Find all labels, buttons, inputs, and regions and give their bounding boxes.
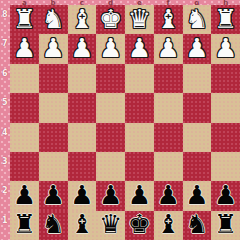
square-c2[interactable]: ♟ (68, 181, 97, 210)
square-f1[interactable]: ♝ (154, 211, 183, 240)
square-f7[interactable]: ♟ (154, 34, 183, 63)
square-b4[interactable] (39, 123, 68, 152)
square-b6[interactable] (39, 64, 68, 93)
piece-black-pawn[interactable]: ♟ (185, 182, 208, 208)
square-h5[interactable] (211, 93, 240, 122)
square-d8[interactable]: ♚ (96, 5, 125, 34)
square-c3[interactable] (68, 152, 97, 181)
chess-board: ♜♞♝♚♛♝♞♜♟♟♟♟♟♟♟♟♟♟♟♟♟♟♟♟♜♞♝♛♚♝♞♜ (10, 5, 240, 240)
square-b8[interactable]: ♞ (39, 5, 68, 34)
piece-white-bishop[interactable]: ♝ (156, 6, 179, 32)
square-g8[interactable]: ♞ (183, 5, 212, 34)
square-e5[interactable] (125, 93, 154, 122)
file-label-d: d (108, 0, 113, 5)
piece-black-knight[interactable]: ♞ (185, 211, 208, 237)
file-label-g: g (194, 0, 199, 5)
piece-black-pawn[interactable]: ♟ (128, 182, 151, 208)
square-a3[interactable] (10, 152, 39, 181)
square-h6[interactable] (211, 64, 240, 93)
square-e7[interactable]: ♟ (125, 34, 154, 63)
square-d5[interactable] (96, 93, 125, 122)
square-g4[interactable] (183, 123, 212, 152)
piece-white-bishop[interactable]: ♝ (70, 6, 93, 32)
rank-label-2: 2 (2, 187, 10, 195)
square-e2[interactable]: ♟ (125, 181, 154, 210)
piece-black-pawn[interactable]: ♟ (99, 182, 122, 208)
rank-label-5: 5 (2, 99, 10, 107)
chess-app-window: { "game": "chess", "app": { "description… (0, 0, 240, 240)
square-b2[interactable]: ♟ (39, 181, 68, 210)
rank-label-8: 8 (2, 11, 10, 19)
rank-label-4: 4 (2, 129, 10, 137)
square-b5[interactable] (39, 93, 68, 122)
piece-white-pawn[interactable]: ♟ (70, 35, 93, 61)
square-g7[interactable]: ♟ (183, 34, 212, 63)
square-d2[interactable]: ♟ (96, 181, 125, 210)
piece-black-queen[interactable]: ♛ (99, 211, 122, 237)
piece-white-queen[interactable]: ♛ (128, 6, 151, 32)
piece-white-pawn[interactable]: ♟ (13, 35, 36, 61)
piece-white-king[interactable]: ♚ (99, 6, 122, 32)
piece-white-pawn[interactable]: ♟ (128, 35, 151, 61)
piece-black-bishop[interactable]: ♝ (70, 211, 93, 237)
square-c6[interactable] (68, 64, 97, 93)
square-h4[interactable] (211, 123, 240, 152)
piece-white-rook[interactable]: ♜ (13, 6, 36, 32)
piece-black-pawn[interactable]: ♟ (214, 182, 237, 208)
square-b7[interactable]: ♟ (39, 34, 68, 63)
file-label-a: a (22, 0, 27, 5)
square-h1[interactable]: ♜ (211, 211, 240, 240)
square-f4[interactable] (154, 123, 183, 152)
piece-black-bishop[interactable]: ♝ (156, 211, 179, 237)
square-a2[interactable]: ♟ (10, 181, 39, 210)
square-a6[interactable] (10, 64, 39, 93)
square-h3[interactable] (211, 152, 240, 181)
square-b3[interactable] (39, 152, 68, 181)
square-g5[interactable] (183, 93, 212, 122)
square-a5[interactable] (10, 93, 39, 122)
file-label-c: c (80, 0, 84, 5)
square-f2[interactable]: ♟ (154, 181, 183, 210)
file-label-h: h (223, 0, 228, 5)
board-frame-left (0, 0, 10, 240)
file-label-e: e (137, 0, 142, 5)
square-g1[interactable]: ♞ (183, 211, 212, 240)
square-e8[interactable]: ♛ (125, 5, 154, 34)
square-a8[interactable]: ♜ (10, 5, 39, 34)
square-e4[interactable] (125, 123, 154, 152)
square-g6[interactable] (183, 64, 212, 93)
square-c5[interactable] (68, 93, 97, 122)
square-a1[interactable]: ♜ (10, 211, 39, 240)
square-g3[interactable] (183, 152, 212, 181)
piece-black-knight[interactable]: ♞ (41, 211, 64, 237)
rank-label-1: 1 (2, 217, 10, 225)
piece-white-pawn[interactable]: ♟ (214, 35, 237, 61)
piece-white-knight[interactable]: ♞ (41, 6, 64, 32)
square-e6[interactable] (125, 64, 154, 93)
square-d1[interactable]: ♛ (96, 211, 125, 240)
piece-white-rook[interactable]: ♜ (214, 6, 237, 32)
piece-black-pawn[interactable]: ♟ (156, 182, 179, 208)
square-f3[interactable] (154, 152, 183, 181)
square-c4[interactable] (68, 123, 97, 152)
piece-white-pawn[interactable]: ♟ (99, 35, 122, 61)
piece-white-pawn[interactable]: ♟ (185, 35, 208, 61)
piece-black-king[interactable]: ♚ (128, 211, 151, 237)
square-h8[interactable]: ♜ (211, 5, 240, 34)
square-d6[interactable] (96, 64, 125, 93)
file-label-f: f (167, 0, 170, 5)
square-e3[interactable] (125, 152, 154, 181)
square-h7[interactable]: ♟ (211, 34, 240, 63)
square-e1[interactable]: ♚ (125, 211, 154, 240)
square-h2[interactable]: ♟ (211, 181, 240, 210)
square-d4[interactable] (96, 123, 125, 152)
file-label-b: b (51, 0, 56, 5)
piece-white-pawn[interactable]: ♟ (41, 35, 64, 61)
square-b1[interactable]: ♞ (39, 211, 68, 240)
square-d7[interactable]: ♟ (96, 34, 125, 63)
rank-label-7: 7 (2, 40, 10, 48)
square-f5[interactable] (154, 93, 183, 122)
piece-black-rook[interactable]: ♜ (13, 211, 36, 237)
piece-black-pawn[interactable]: ♟ (70, 182, 93, 208)
rank-label-3: 3 (2, 158, 10, 166)
piece-black-pawn[interactable]: ♟ (41, 182, 64, 208)
square-d3[interactable] (96, 152, 125, 181)
piece-black-rook[interactable]: ♜ (214, 211, 237, 237)
rank-label-6: 6 (2, 70, 10, 78)
square-c7[interactable]: ♟ (68, 34, 97, 63)
piece-white-pawn[interactable]: ♟ (156, 35, 179, 61)
square-f8[interactable]: ♝ (154, 5, 183, 34)
piece-white-knight[interactable]: ♞ (185, 6, 208, 32)
piece-black-pawn[interactable]: ♟ (13, 182, 36, 208)
square-c1[interactable]: ♝ (68, 211, 97, 240)
square-c8[interactable]: ♝ (68, 5, 97, 34)
square-f6[interactable] (154, 64, 183, 93)
board-frame-top: abcdefgh (0, 0, 240, 5)
square-g2[interactable]: ♟ (183, 181, 212, 210)
square-a7[interactable]: ♟ (10, 34, 39, 63)
square-a4[interactable] (10, 123, 39, 152)
